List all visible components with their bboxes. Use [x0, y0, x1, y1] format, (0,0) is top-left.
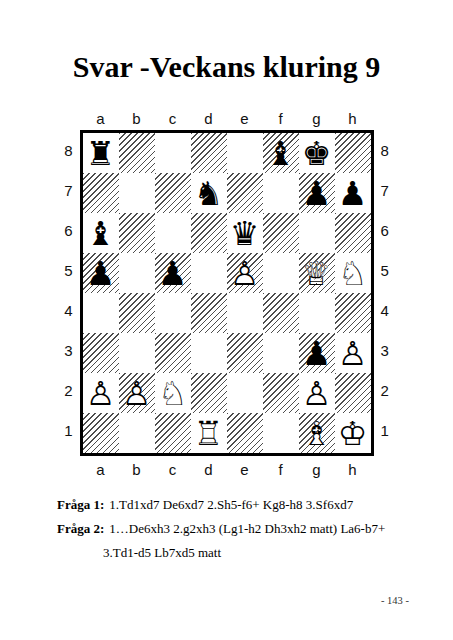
square-f3 [263, 333, 299, 373]
square-d6 [191, 213, 227, 253]
chessboard: abcdefgh 87654321 ♜♝♚♞♟♟♝♛♟♟♟♙♛♕♞♘♟♟♙♟♙♟… [56, 102, 398, 485]
square-b3 [119, 333, 155, 373]
rank-label-7: 7 [374, 170, 398, 210]
square-a4 [83, 293, 119, 333]
square-f8: ♝ [263, 133, 299, 173]
square-d1: ♜♖ [191, 413, 227, 453]
white-pawn: ♙ [335, 333, 371, 373]
solution-line-2: Fråga 2:1…De6xh3 2.g2xh3 (Lg1-h2 Dh3xh2 … [57, 517, 453, 541]
rank-labels-right: 87654321 [374, 130, 398, 456]
square-h2 [335, 373, 371, 413]
square-h5: ♞♘ [335, 253, 371, 293]
file-label-f: f [263, 108, 299, 130]
rank-label-1: 1 [374, 410, 398, 450]
square-a8: ♜ [83, 133, 119, 173]
square-d4 [191, 293, 227, 333]
question-2-continuation: 3.Td1-d5 Lb7xd5 matt [103, 545, 221, 560]
square-c5: ♟ [155, 253, 191, 293]
black-pawn: ♟ [83, 253, 119, 293]
rank-label-7: 7 [56, 170, 80, 210]
square-g4 [299, 293, 335, 333]
file-label-b: b [119, 108, 155, 130]
question-1-moves: 1.Td1xd7 De6xd7 2.Sh5-f6+ Kg8-h8 3.Sf6xd… [109, 497, 353, 512]
square-f7 [263, 173, 299, 213]
white-rook: ♖ [191, 413, 227, 453]
square-e3 [227, 333, 263, 373]
square-f6 [263, 213, 299, 253]
rank-label-6: 6 [374, 210, 398, 250]
square-h4 [335, 293, 371, 333]
white-pawn: ♙ [119, 373, 155, 413]
square-c6 [155, 213, 191, 253]
file-label-e: e [227, 108, 263, 130]
rank-label-5: 5 [56, 250, 80, 290]
file-labels-top: abcdefgh [56, 102, 398, 130]
square-h3: ♟♙ [335, 333, 371, 373]
white-pawn: ♙ [83, 373, 119, 413]
square-c4 [155, 293, 191, 333]
square-a6: ♝ [83, 213, 119, 253]
white-bishop: ♗ [299, 413, 335, 453]
black-pawn: ♟ [335, 173, 371, 213]
file-label-d: d [191, 108, 227, 130]
square-d2 [191, 373, 227, 413]
square-g8: ♚ [299, 133, 335, 173]
square-h1: ♚♔ [335, 413, 371, 453]
square-g6 [299, 213, 335, 253]
file-label-g: g [299, 459, 335, 481]
page-title: Svar -Veckans kluring 9 [0, 0, 453, 84]
square-d3 [191, 333, 227, 373]
board-grid: ♜♝♚♞♟♟♝♛♟♟♟♙♛♕♞♘♟♟♙♟♙♟♙♞♘♟♙♜♖♝♗♚♔ [80, 130, 374, 456]
file-label-g: g [299, 108, 335, 130]
square-d7: ♞ [191, 173, 227, 213]
square-b5 [119, 253, 155, 293]
square-d8 [191, 133, 227, 173]
square-c7 [155, 173, 191, 213]
square-e4 [227, 293, 263, 333]
square-g2: ♟♙ [299, 373, 335, 413]
question-2-moves: 1…De6xh3 2.g2xh3 (Lg1-h2 Dh3xh2 matt) La… [109, 521, 385, 536]
rank-label-2: 2 [56, 370, 80, 410]
white-pawn: ♙ [299, 373, 335, 413]
square-e5: ♟♙ [227, 253, 263, 293]
square-c2: ♞♘ [155, 373, 191, 413]
file-label-a: a [83, 459, 119, 481]
file-label-c: c [155, 459, 191, 481]
file-label-f: f [263, 459, 299, 481]
square-a2: ♟♙ [83, 373, 119, 413]
square-b4 [119, 293, 155, 333]
square-b2: ♟♙ [119, 373, 155, 413]
rank-label-3: 3 [374, 330, 398, 370]
black-knight: ♞ [191, 173, 227, 213]
solution-line-1: Fråga 1:1.Td1xd7 De6xd7 2.Sh5-f6+ Kg8-h8… [57, 493, 453, 517]
file-label-c: c [155, 108, 191, 130]
white-queen: ♕ [299, 253, 335, 293]
file-label-b: b [119, 459, 155, 481]
square-f1 [263, 413, 299, 453]
black-bishop: ♝ [83, 213, 119, 253]
square-h7: ♟ [335, 173, 371, 213]
rank-label-4: 4 [374, 290, 398, 330]
file-label-e: e [227, 459, 263, 481]
black-pawn: ♟ [299, 333, 335, 373]
square-b1 [119, 413, 155, 453]
rank-label-8: 8 [374, 130, 398, 170]
white-knight: ♘ [335, 253, 371, 293]
white-pawn: ♙ [227, 253, 263, 293]
file-labels-bottom: abcdefgh [56, 456, 398, 485]
black-bishop: ♝ [263, 133, 299, 173]
rank-label-8: 8 [56, 130, 80, 170]
black-pawn: ♟ [299, 173, 335, 213]
rank-label-4: 4 [56, 290, 80, 330]
square-d5 [191, 253, 227, 293]
square-e1 [227, 413, 263, 453]
square-b6 [119, 213, 155, 253]
square-g3: ♟ [299, 333, 335, 373]
square-b7 [119, 173, 155, 213]
rank-label-2: 2 [374, 370, 398, 410]
rank-label-6: 6 [56, 210, 80, 250]
square-e8 [227, 133, 263, 173]
square-h6 [335, 213, 371, 253]
square-e6: ♛ [227, 213, 263, 253]
square-c8 [155, 133, 191, 173]
square-h8 [335, 133, 371, 173]
rank-label-1: 1 [56, 410, 80, 450]
question-2-label: Fråga 2: [57, 521, 104, 536]
square-g5: ♛♕ [299, 253, 335, 293]
document-page: Svar -Veckans kluring 9 abcdefgh 8765432… [0, 0, 453, 640]
file-label-a: a [83, 108, 119, 130]
black-king: ♚ [299, 133, 335, 173]
square-c1 [155, 413, 191, 453]
square-a1 [83, 413, 119, 453]
square-a5: ♟ [83, 253, 119, 293]
white-king: ♔ [335, 413, 371, 453]
rank-label-3: 3 [56, 330, 80, 370]
black-rook: ♜ [83, 133, 119, 173]
rank-labels-left: 87654321 [56, 130, 80, 456]
square-e7 [227, 173, 263, 213]
black-pawn: ♟ [155, 253, 191, 293]
square-a3 [83, 333, 119, 373]
square-g1: ♝♗ [299, 413, 335, 453]
square-g7: ♟ [299, 173, 335, 213]
square-b8 [119, 133, 155, 173]
white-knight: ♘ [155, 373, 191, 413]
black-queen: ♛ [227, 213, 263, 253]
square-a7 [83, 173, 119, 213]
rank-label-5: 5 [374, 250, 398, 290]
file-label-d: d [191, 459, 227, 481]
square-f5 [263, 253, 299, 293]
square-f4 [263, 293, 299, 333]
page-number: - 143 - [381, 595, 409, 606]
square-f2 [263, 373, 299, 413]
question-1-label: Fråga 1: [57, 497, 104, 512]
square-c3 [155, 333, 191, 373]
solution-line-3: 3.Td1-d5 Lb7xd5 matt [57, 541, 453, 565]
file-label-h: h [335, 108, 371, 130]
solution-text: Fråga 1:1.Td1xd7 De6xd7 2.Sh5-f6+ Kg8-h8… [57, 493, 453, 565]
file-label-h: h [335, 459, 371, 481]
square-e2 [227, 373, 263, 413]
